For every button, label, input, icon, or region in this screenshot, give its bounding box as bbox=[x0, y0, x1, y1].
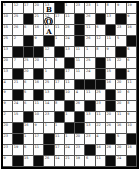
cell-number: 26 bbox=[86, 14, 90, 18]
cell-number: 26 bbox=[76, 101, 80, 105]
cell-r10c3[interactable]: 6 bbox=[24, 101, 34, 112]
cell-number: 12 bbox=[14, 3, 18, 7]
cell-number: 1 bbox=[55, 123, 57, 127]
cell-r6c2[interactable]: 7 bbox=[13, 58, 23, 69]
cell-r2c9[interactable]: 26 bbox=[85, 14, 95, 25]
cell-number: 11 bbox=[86, 25, 90, 29]
cell-r3c5[interactable]: 17A bbox=[44, 25, 54, 36]
cell-number: 4 bbox=[127, 69, 129, 73]
black-cell-r14c5 bbox=[44, 145, 54, 156]
cell-number: 25 bbox=[96, 90, 100, 94]
cell-r11c9[interactable]: 13 bbox=[85, 112, 95, 123]
cell-number: 12 bbox=[96, 36, 100, 40]
cell-r6c8[interactable]: 11 bbox=[75, 58, 85, 69]
cell-r3c10[interactable]: 6 bbox=[96, 25, 106, 36]
cell-r6c9[interactable]: 25 bbox=[85, 58, 95, 69]
black-cell-r7c4 bbox=[34, 69, 44, 80]
cell-r3c1[interactable]: 15 bbox=[3, 25, 13, 36]
cell-r4c11[interactable]: 11 bbox=[106, 36, 116, 47]
black-cell-r9c6 bbox=[55, 90, 65, 101]
cell-r15c1[interactable]: 9 bbox=[3, 156, 13, 167]
cell-number: 16 bbox=[96, 145, 100, 149]
black-cell-r15c13 bbox=[127, 156, 137, 167]
black-cell-r2c10 bbox=[96, 14, 106, 25]
cell-r13c1[interactable]: 23 bbox=[3, 134, 13, 145]
cell-r12c6[interactable]: 1 bbox=[55, 123, 65, 134]
black-cell-r14c9 bbox=[85, 145, 95, 156]
black-cell-r15c4 bbox=[34, 156, 44, 167]
cell-number: 11 bbox=[65, 80, 69, 84]
cell-number: 23 bbox=[45, 112, 49, 116]
cell-r7c9[interactable]: 24 bbox=[85, 69, 95, 80]
cell-r9c3[interactable]: 5 bbox=[24, 90, 34, 101]
black-cell-r2c3 bbox=[24, 14, 34, 25]
cell-number: 24 bbox=[65, 145, 69, 149]
cell-r4c6[interactable]: 1 bbox=[55, 36, 65, 47]
cell-r3c9[interactable]: 11 bbox=[85, 25, 95, 36]
cell-number: 16 bbox=[24, 123, 28, 127]
black-cell-r9c4 bbox=[34, 90, 44, 101]
cell-r9c1[interactable]: 9 bbox=[3, 90, 13, 101]
cell-number: 6 bbox=[24, 25, 26, 29]
cell-number: 24 bbox=[86, 69, 90, 73]
cell-r2c4[interactable]: 21 bbox=[34, 14, 44, 25]
cell-r13c9[interactable]: 23 bbox=[85, 134, 95, 145]
black-cell-r7c10 bbox=[96, 69, 106, 80]
black-cell-r8c9 bbox=[85, 80, 95, 91]
black-cell-r12c8 bbox=[75, 123, 85, 134]
cell-r12c4[interactable]: 9 bbox=[34, 123, 44, 134]
black-cell-r13c5 bbox=[44, 134, 54, 145]
cell-number: 25 bbox=[24, 58, 28, 62]
cell-r8c2[interactable]: 21 bbox=[13, 80, 23, 91]
cell-r9c12[interactable]: 10 bbox=[116, 90, 126, 101]
cell-r7c1[interactable]: 13 bbox=[3, 69, 13, 80]
cell-r15c5[interactable]: 26 bbox=[44, 156, 54, 167]
cell-r10c6[interactable]: 8 bbox=[55, 101, 65, 112]
cell-r14c11[interactable]: 26 bbox=[106, 145, 116, 156]
cell-number: 14 bbox=[45, 101, 49, 105]
black-cell-r9c2 bbox=[13, 90, 23, 101]
cell-r4c2[interactable]: 2 bbox=[13, 36, 23, 47]
cell-r7c7[interactable]: 17 bbox=[65, 69, 75, 80]
cell-r14c6[interactable]: 17 bbox=[55, 145, 65, 156]
cell-r5c1[interactable]: 13 bbox=[3, 47, 13, 58]
cell-number: 23 bbox=[96, 101, 100, 105]
cell-number: 23 bbox=[86, 134, 90, 138]
cell-number: 20 bbox=[117, 145, 121, 149]
cell-r1c4[interactable]: 20 bbox=[34, 3, 44, 14]
black-cell-r5c6 bbox=[55, 47, 65, 58]
cell-r11c5[interactable]: 23 bbox=[44, 112, 54, 123]
cell-r2c2[interactable]: 25 bbox=[13, 14, 23, 25]
cell-r6c4[interactable]: 20 bbox=[34, 58, 44, 69]
cell-r5c7[interactable]: 13 bbox=[65, 47, 75, 58]
cell-number: 6 bbox=[55, 58, 57, 62]
cell-r8c12[interactable]: 20 bbox=[116, 80, 126, 91]
cell-number: 19 bbox=[76, 156, 80, 160]
cell-r8c3[interactable]: 6 bbox=[24, 80, 34, 91]
cell-number: 1 bbox=[86, 47, 88, 51]
cell-number: 6 bbox=[127, 90, 129, 94]
cell-r8c5[interactable]: 25 bbox=[44, 80, 54, 91]
cell-number: 17 bbox=[24, 3, 28, 7]
cell-r7c5[interactable]: 1 bbox=[44, 69, 54, 80]
cell-number: 9 bbox=[34, 123, 36, 127]
cell-r3c13[interactable]: 16 bbox=[127, 25, 137, 36]
cell-r1c13[interactable]: 19 bbox=[127, 3, 137, 14]
cell-number: 4 bbox=[96, 134, 98, 138]
cell-r2c11[interactable]: 13 bbox=[106, 14, 116, 25]
cell-number: 6 bbox=[96, 25, 98, 29]
cell-r4c10[interactable]: 12 bbox=[96, 36, 106, 47]
cell-number: 26 bbox=[65, 25, 69, 29]
cell-number: 10 bbox=[65, 90, 69, 94]
cell-number: 14 bbox=[55, 156, 59, 160]
cell-r12c9[interactable]: 13 bbox=[85, 123, 95, 134]
cell-number: 9 bbox=[127, 14, 129, 18]
cell-number: 13 bbox=[4, 69, 8, 73]
cell-r1c8[interactable]: 23 bbox=[75, 3, 85, 14]
cell-r3c7[interactable]: 26 bbox=[65, 25, 75, 36]
cell-r2c1[interactable]: 10 bbox=[3, 14, 13, 25]
cell-number: 11 bbox=[76, 47, 80, 51]
cell-r1c9[interactable]: 23 bbox=[85, 3, 95, 14]
cell-r1c10[interactable]: 1 bbox=[96, 3, 106, 14]
cell-number: 20 bbox=[76, 134, 80, 138]
cell-number: 9 bbox=[127, 112, 129, 116]
cell-number: 17 bbox=[55, 80, 59, 84]
cell-r14c10[interactable]: 16 bbox=[96, 145, 106, 156]
cell-number: 11 bbox=[55, 25, 59, 29]
cell-r15c8[interactable]: 19 bbox=[75, 156, 85, 167]
black-cell-r11c8 bbox=[75, 112, 85, 123]
cell-number: 8 bbox=[107, 3, 109, 7]
cell-r9c8[interactable]: 4 bbox=[75, 90, 85, 101]
black-cell-r1c6 bbox=[55, 3, 65, 14]
cell-r12c10[interactable]: 22 bbox=[96, 123, 106, 134]
cell-number: 6 bbox=[127, 47, 129, 51]
cell-number: 10 bbox=[34, 112, 38, 116]
cell-r9c7[interactable]: 10 bbox=[65, 90, 75, 101]
black-cell-r2c8 bbox=[75, 14, 85, 25]
cell-number: 9 bbox=[4, 101, 6, 105]
cell-r5c10[interactable]: 8 bbox=[96, 47, 106, 58]
black-cell-r3c11 bbox=[106, 25, 116, 36]
cell-r2c7[interactable]: 11 bbox=[65, 14, 75, 25]
cell-r11c7[interactable]: 1 bbox=[65, 112, 75, 123]
cell-number: 13 bbox=[86, 112, 90, 116]
cell-r11c10[interactable]: 11 bbox=[96, 112, 106, 123]
cell-r6c6[interactable]: 6 bbox=[55, 58, 65, 69]
cell-number: 25 bbox=[86, 58, 90, 62]
cell-number: 6 bbox=[86, 156, 88, 160]
cell-number: 22 bbox=[96, 123, 100, 127]
cell-r1c5[interactable]: 13B bbox=[44, 3, 54, 14]
cell-r14c2[interactable]: 19 bbox=[13, 145, 23, 156]
cell-r14c3[interactable]: 6 bbox=[24, 145, 34, 156]
cell-r15c3[interactable]: 15 bbox=[24, 156, 34, 167]
cell-r12c12[interactable]: 16 bbox=[116, 123, 126, 134]
black-cell-r5c2 bbox=[13, 47, 23, 58]
cell-number: 26 bbox=[14, 25, 18, 29]
cell-r14c1[interactable]: 23 bbox=[3, 145, 13, 156]
cell-number: 21 bbox=[65, 156, 69, 160]
cell-number: 17 bbox=[55, 145, 59, 149]
cell-r15c10[interactable]: 11 bbox=[96, 156, 106, 167]
cell-r5c11[interactable]: 9 bbox=[106, 47, 116, 58]
black-cell-r11c6 bbox=[55, 112, 65, 123]
cell-r3c12[interactable]: 23 bbox=[116, 25, 126, 36]
cell-number: 17 bbox=[65, 69, 69, 73]
cell-r4c12[interactable]: 5 bbox=[116, 36, 126, 47]
cell-number: 8 bbox=[55, 101, 57, 105]
cell-number: 20 bbox=[117, 80, 121, 84]
cell-r8c11[interactable]: 16 bbox=[106, 80, 116, 91]
cell-r12c1[interactable]: 20 bbox=[3, 123, 13, 134]
cell-r11c11[interactable]: 20 bbox=[106, 112, 116, 123]
cell-r9c5[interactable]: 13 bbox=[44, 90, 54, 101]
black-cell-r13c2 bbox=[13, 134, 23, 145]
cell-r1c11[interactable]: 8 bbox=[106, 3, 116, 14]
cell-r10c12[interactable]: 20 bbox=[116, 101, 126, 112]
black-cell-r4c8 bbox=[75, 36, 85, 47]
cell-number: 22 bbox=[117, 58, 121, 62]
cell-r6c13[interactable]: 6 bbox=[127, 58, 137, 69]
cell-number: 21 bbox=[14, 80, 18, 84]
cell-r15c9[interactable]: 6 bbox=[85, 156, 95, 167]
cell-r15c6[interactable]: 14 bbox=[55, 156, 65, 167]
cell-number: 25 bbox=[45, 80, 49, 84]
cell-number: 10 bbox=[117, 90, 121, 94]
cell-number: 25 bbox=[14, 14, 18, 18]
cell-number: 7 bbox=[14, 58, 16, 62]
cell-number: 26 bbox=[107, 123, 111, 127]
cell-number: 13 bbox=[45, 90, 49, 94]
cell-r11c13[interactable]: 9 bbox=[127, 112, 137, 123]
cell-r13c12[interactable]: 5 bbox=[116, 134, 126, 145]
cell-number: 11 bbox=[86, 90, 90, 94]
cell-number: 24 bbox=[117, 156, 121, 160]
cell-r12c13[interactable]: 10 bbox=[127, 123, 137, 134]
black-cell-r7c12 bbox=[116, 69, 126, 80]
cell-r11c1[interactable]: 2 bbox=[3, 112, 13, 123]
cell-r7c3[interactable]: 20 bbox=[24, 69, 34, 80]
cell-number: 9 bbox=[107, 47, 109, 51]
cell-number: 11 bbox=[65, 14, 69, 18]
cell-number: 23 bbox=[76, 3, 80, 7]
black-cell-r5c4 bbox=[34, 47, 44, 58]
cell-number: 15 bbox=[107, 58, 111, 62]
cell-r1c2[interactable]: 12 bbox=[13, 3, 23, 14]
cell-r13c10[interactable]: 4 bbox=[96, 134, 106, 145]
cell-r10c2[interactable]: 24 bbox=[13, 101, 23, 112]
cell-number: 16 bbox=[34, 80, 38, 84]
cell-number: 15 bbox=[4, 25, 8, 29]
cell-number: 26 bbox=[107, 145, 111, 149]
cell-r5c9[interactable]: 1 bbox=[85, 47, 95, 58]
cell-r6c3[interactable]: 25 bbox=[24, 58, 34, 69]
cell-number: 20 bbox=[34, 58, 38, 62]
cell-r13c6[interactable]: 11 bbox=[55, 134, 65, 145]
black-cell-r12c2 bbox=[13, 123, 23, 134]
cell-r4c7[interactable]: 24 bbox=[65, 36, 75, 47]
cell-number: 20 bbox=[24, 69, 28, 73]
cell-r3c6[interactable]: 11 bbox=[55, 25, 65, 36]
cell-number: 4 bbox=[4, 80, 6, 84]
cell-r14c7[interactable]: 24 bbox=[65, 145, 75, 156]
cell-r13c3[interactable]: 1 bbox=[24, 134, 34, 145]
cell-r1c3[interactable]: 17 bbox=[24, 3, 34, 14]
cell-r14c8[interactable]: 23 bbox=[75, 145, 85, 156]
cell-r10c13[interactable]: 8 bbox=[127, 101, 137, 112]
cell-r13c8[interactable]: 20 bbox=[75, 134, 85, 145]
black-cell-r13c11 bbox=[106, 134, 116, 145]
cell-number: 26 bbox=[86, 36, 90, 40]
cell-r5c8[interactable]: 11 bbox=[75, 47, 85, 58]
cell-number: 16 bbox=[107, 80, 111, 84]
cell-number: 5 bbox=[117, 36, 119, 40]
cell-number: 4 bbox=[76, 90, 78, 94]
given-letter-a: A bbox=[44, 28, 53, 35]
cell-number: 1 bbox=[55, 36, 57, 40]
cell-r7c13[interactable]: 4 bbox=[127, 69, 137, 80]
cell-r13c4[interactable]: 17 bbox=[34, 134, 44, 145]
cell-r4c4[interactable]: 9 bbox=[34, 36, 44, 47]
cell-number: 6 bbox=[24, 101, 26, 105]
black-cell-r5c12 bbox=[116, 47, 126, 58]
cell-r6c5[interactable]: 1 bbox=[44, 58, 54, 69]
cell-number: 24 bbox=[65, 36, 69, 40]
cell-r15c12[interactable]: 24 bbox=[116, 156, 126, 167]
cell-r1c7[interactable]: 1 bbox=[65, 3, 75, 14]
black-cell-r6c7 bbox=[65, 58, 75, 69]
cell-number: 23 bbox=[86, 3, 90, 7]
cell-number: 20 bbox=[107, 112, 111, 116]
cell-r2c6[interactable]: 17 bbox=[55, 14, 65, 25]
cell-r5c13[interactable]: 6 bbox=[127, 47, 137, 58]
cell-number: 6 bbox=[24, 145, 26, 149]
cell-r11c4[interactable]: 10 bbox=[34, 112, 44, 123]
cell-number: 9 bbox=[4, 90, 6, 94]
cell-r12c5[interactable]: 1 bbox=[44, 123, 54, 134]
black-cell-r8c10 bbox=[96, 80, 106, 91]
cell-r12c3[interactable]: 16 bbox=[24, 123, 34, 134]
cell-number: 1 bbox=[45, 69, 47, 73]
cell-r2c13[interactable]: 9 bbox=[127, 14, 137, 25]
cell-number: 9 bbox=[4, 156, 6, 160]
cell-number: 2 bbox=[4, 112, 6, 116]
cell-r2c5[interactable]: 12O bbox=[44, 14, 54, 25]
cell-r10c10[interactable]: 23 bbox=[96, 101, 106, 112]
cell-number: 1 bbox=[45, 123, 47, 127]
cell-r10c1[interactable]: 9 bbox=[3, 101, 13, 112]
cell-r8c1[interactable]: 4 bbox=[3, 80, 13, 91]
black-cell-r12c7 bbox=[65, 123, 75, 134]
cell-r8c4[interactable]: 16 bbox=[34, 80, 44, 91]
cell-r14c4[interactable]: 11 bbox=[34, 145, 44, 156]
cell-r1c12[interactable]: 9 bbox=[116, 3, 126, 14]
cell-number: 8 bbox=[96, 47, 98, 51]
cell-number: 13 bbox=[65, 47, 69, 51]
cell-r12c11[interactable]: 26 bbox=[106, 123, 116, 134]
codeword-puzzle: 512172013B123231891910252112O17112613915… bbox=[1, 1, 139, 169]
cell-number: 15 bbox=[14, 112, 18, 116]
cell-r10c8[interactable]: 26 bbox=[75, 101, 85, 112]
cell-number: 11 bbox=[55, 134, 59, 138]
black-cell-r3c8 bbox=[75, 25, 85, 36]
cell-r5c5[interactable]: 12 bbox=[44, 47, 54, 58]
cell-number: 13 bbox=[107, 14, 111, 18]
cell-r8c6[interactable]: 17 bbox=[55, 80, 65, 91]
cell-r3c2[interactable]: 26 bbox=[13, 25, 23, 36]
cell-r3c4[interactable]: 16 bbox=[34, 25, 44, 36]
cell-number: 17 bbox=[55, 14, 59, 18]
cell-number: 11 bbox=[127, 80, 131, 84]
cell-r15c7[interactable]: 21 bbox=[65, 156, 75, 167]
cell-number: 1 bbox=[24, 134, 26, 138]
cell-r9c9[interactable]: 11 bbox=[85, 90, 95, 101]
cell-r10c4[interactable]: 11 bbox=[34, 101, 44, 112]
cell-number: 1 bbox=[96, 3, 98, 7]
cell-number: 16 bbox=[117, 123, 121, 127]
cell-number: 9 bbox=[117, 3, 119, 7]
cell-r7c8[interactable]: 11 bbox=[75, 69, 85, 80]
black-cell-r10c9 bbox=[85, 101, 95, 112]
cell-number: 24 bbox=[14, 101, 18, 105]
cell-r8c7[interactable]: 11 bbox=[65, 80, 75, 91]
cell-r11c12[interactable]: 11 bbox=[116, 112, 126, 123]
cell-r11c2[interactable]: 15 bbox=[13, 112, 23, 123]
cell-number: 16 bbox=[127, 145, 131, 149]
cell-number: 16 bbox=[34, 25, 38, 29]
cell-r6c1[interactable]: 20 bbox=[3, 58, 13, 69]
black-cell-r9c11 bbox=[106, 90, 116, 101]
black-cell-r8c8 bbox=[75, 80, 85, 91]
cell-number: 6 bbox=[24, 80, 26, 84]
cell-r4c1[interactable]: 25 bbox=[3, 36, 13, 47]
cell-number: 23 bbox=[117, 25, 121, 29]
cell-r7c11[interactable]: 15 bbox=[106, 69, 116, 80]
cell-number: 12 bbox=[45, 47, 49, 51]
cell-r4c9[interactable]: 26 bbox=[85, 36, 95, 47]
cell-r10c5[interactable]: 14 bbox=[44, 101, 54, 112]
cell-r9c10[interactable]: 25 bbox=[96, 90, 106, 101]
black-cell-r10c11 bbox=[106, 101, 116, 112]
black-cell-r15c11 bbox=[106, 156, 116, 167]
cell-number: 1 bbox=[65, 112, 67, 116]
cell-r8c13[interactable]: 11 bbox=[127, 80, 137, 91]
cell-number: 9 bbox=[34, 36, 36, 40]
cell-number: 15 bbox=[107, 69, 111, 73]
cell-number: 20 bbox=[34, 3, 38, 7]
cell-number: 10 bbox=[4, 14, 8, 18]
cell-number: 5 bbox=[24, 90, 26, 94]
cell-r14c12[interactable]: 20 bbox=[116, 145, 126, 156]
cell-r13c7[interactable]: 1 bbox=[65, 134, 75, 145]
black-cell-r4c13 bbox=[127, 36, 137, 47]
black-cell-r4c5 bbox=[44, 36, 54, 47]
cell-r3c3[interactable]: 6 bbox=[24, 25, 34, 36]
cell-r6c12[interactable]: 22 bbox=[116, 58, 126, 69]
cell-r6c11[interactable]: 15 bbox=[106, 58, 116, 69]
cell-r14c13[interactable]: 16 bbox=[127, 145, 137, 156]
cell-r9c13[interactable]: 6 bbox=[127, 90, 137, 101]
black-cell-r15c2 bbox=[13, 156, 23, 167]
cell-number: 11 bbox=[107, 36, 111, 40]
cell-r1c1[interactable]: 5 bbox=[3, 3, 13, 14]
cell-number: 17 bbox=[34, 134, 38, 138]
